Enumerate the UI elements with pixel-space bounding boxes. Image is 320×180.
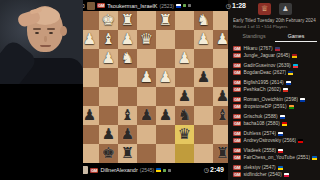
square-r1c7[interactable]: ♞ bbox=[194, 11, 213, 30]
square-r4c5[interactable]: ♟ bbox=[156, 68, 175, 87]
square-r6c7[interactable] bbox=[194, 106, 213, 125]
gm-title-badge: GM bbox=[233, 87, 241, 92]
player-name-rating[interactable]: PeshkaCh (2602) bbox=[243, 87, 280, 92]
game-pairing-7[interactable]: GMVladeek (2558)GMFairChess_on_YouTube (… bbox=[233, 147, 317, 161]
square-r3c5[interactable] bbox=[156, 49, 175, 68]
game-pairing-4[interactable]: GMRoman_Ovetchkin (2598)GMdropstoneDP (2… bbox=[233, 96, 317, 110]
player-name-rating[interactable]: Bigfish1995 (2614) bbox=[243, 80, 283, 85]
white-P-piece[interactable]: ♟ bbox=[137, 68, 156, 87]
gm-title-badge: GM bbox=[233, 172, 241, 177]
white-N-piece[interactable]: ♞ bbox=[194, 11, 213, 30]
player-name-rating[interactable]: dropstoneDP (2591) bbox=[243, 104, 286, 109]
square-r8c7[interactable] bbox=[194, 144, 213, 163]
streamer-eye bbox=[35, 32, 39, 34]
gm-title-badge: GM bbox=[233, 97, 241, 102]
streamer-eyebrow bbox=[33, 28, 41, 30]
black-P-piece[interactable]: ♟ bbox=[156, 106, 175, 125]
player-name-rating[interactable]: Jungle_Jaguar (2645) bbox=[243, 53, 290, 58]
black-P-piece[interactable]: ♟ bbox=[175, 87, 194, 106]
game-pairing-2[interactable]: GMGadirGuseinov (2639)GMBogdanDeac (2627… bbox=[233, 62, 317, 76]
white-P-piece[interactable]: ♟ bbox=[118, 30, 137, 49]
square-r5c7[interactable] bbox=[194, 87, 213, 106]
square-r7c3[interactable]: ♟ bbox=[118, 125, 137, 144]
game-player-row[interactable]: GMBigfish1995 (2614) bbox=[233, 79, 317, 86]
top-player-bar: 3|0 GM Tsoukerman_IsraelK (2523) bbox=[76, 0, 232, 11]
tournament-sidebar: ♕ ♟ Early Titled Tuesday 20th February 2… bbox=[228, 0, 320, 180]
stream-icon bbox=[188, 4, 191, 7]
white-P-piece[interactable]: ♟ bbox=[194, 30, 213, 49]
black-B-piece[interactable]: ♝ bbox=[118, 106, 137, 125]
square-r4c2[interactable] bbox=[99, 68, 118, 87]
country-flag-icon bbox=[283, 88, 288, 92]
square-r2c3[interactable]: ♟ bbox=[118, 30, 137, 49]
player-name-rating[interactable]: GadirGuseinov (2639) bbox=[243, 63, 290, 68]
top-player-flag-icon bbox=[176, 4, 181, 8]
game-player-row[interactable]: GMDuhless (2574) bbox=[233, 130, 317, 137]
white-P-piece[interactable]: ♟ bbox=[175, 49, 194, 68]
game-player-row[interactable]: GMVladeek (2558) bbox=[233, 147, 317, 154]
black-N-piece[interactable]: ♞ bbox=[175, 106, 194, 125]
gm-title-badge: GM bbox=[233, 53, 241, 58]
square-r2c5[interactable] bbox=[156, 30, 175, 49]
event-round-info: Round 1 of 11 • 514 Players bbox=[233, 24, 317, 29]
player-name-rating[interactable]: Duhless (2574) bbox=[243, 131, 276, 136]
country-flag-icon bbox=[288, 71, 293, 75]
country-flag-icon bbox=[284, 173, 289, 177]
black-clock: ◷ 2:49 bbox=[204, 166, 224, 173]
tab-standings[interactable]: Standings bbox=[233, 33, 275, 42]
gm-title-badge: GM bbox=[233, 138, 241, 143]
game-player-row[interactable]: GMHikaru (2767) bbox=[233, 45, 317, 52]
square-r8c4[interactable] bbox=[137, 144, 156, 163]
country-flag-icon bbox=[292, 54, 297, 58]
event-title: Early Titled Tuesday 20th February 2024 bbox=[233, 18, 317, 23]
square-r8c6[interactable] bbox=[175, 144, 194, 163]
white-P-piece[interactable]: ♟ bbox=[156, 68, 175, 87]
country-flag-icon bbox=[289, 105, 294, 109]
country-flag-icon bbox=[286, 81, 291, 85]
game-player-row[interactable]: GMdropstoneDP (2591) bbox=[233, 103, 317, 110]
white-R-piece[interactable]: ♜ bbox=[118, 11, 137, 30]
square-r3c7[interactable] bbox=[194, 49, 213, 68]
game-player-row[interactable]: GMAndreyOstrovskiy (2566) bbox=[233, 137, 317, 144]
gm-title-badge: GM bbox=[233, 114, 241, 119]
game-pairing-1[interactable]: GMHikaru (2767)GMJungle_Jaguar (2645) bbox=[233, 45, 317, 59]
square-r5c5[interactable] bbox=[156, 87, 175, 106]
white-P-piece[interactable]: ♟ bbox=[99, 49, 118, 68]
square-r6c6[interactable]: ♞ bbox=[175, 106, 194, 125]
bottom-player-rating: (2545) bbox=[140, 167, 154, 173]
square-r6c2[interactable] bbox=[99, 106, 118, 125]
player-name-rating[interactable]: AndreyOstrovskiy (2566) bbox=[243, 138, 296, 143]
bottom-player-name[interactable]: DillnerAlexandr bbox=[100, 167, 137, 173]
white-clock: ◷ 1:28 bbox=[226, 2, 246, 9]
square-r2c6[interactable] bbox=[175, 30, 194, 49]
square-r4c6[interactable] bbox=[175, 68, 194, 87]
game-player-row[interactable]: GMPeshkaCh (2602) bbox=[233, 86, 317, 93]
black-Q-piece[interactable]: ♛ bbox=[175, 125, 194, 144]
country-flag-icon bbox=[278, 149, 283, 153]
streamer-nose bbox=[44, 36, 47, 42]
square-r1c6[interactable] bbox=[175, 11, 194, 30]
square-r3c4[interactable] bbox=[137, 49, 156, 68]
sidebar-tabs: Standings Games bbox=[233, 33, 317, 42]
white-R-piece[interactable]: ♜ bbox=[156, 11, 175, 30]
country-flag-icon bbox=[278, 132, 283, 136]
top-player-name[interactable]: Tsoukerman_IsraelK bbox=[107, 3, 157, 9]
streamer-eyebrow bbox=[47, 28, 55, 30]
stream-screen: ♚♜♜♞♟♝♟♛♟♟♟♞♟♟♟♟♟♟♟♝♟♟♞♝♟♟♛♚♜♜ 3|0 GM Ts… bbox=[0, 0, 320, 180]
player-name-rating[interactable]: Grischuk (2588) bbox=[243, 114, 277, 119]
streamer-eye bbox=[49, 32, 53, 34]
square-r2c4[interactable]: ♛ bbox=[137, 30, 156, 49]
square-r8c5[interactable] bbox=[156, 144, 175, 163]
game-player-row[interactable]: GMJungle_Jaguar (2645) bbox=[233, 52, 317, 59]
player-name-rating[interactable]: oleksiyv (2547) bbox=[243, 165, 275, 170]
country-flag-icon bbox=[300, 98, 305, 102]
video-icon bbox=[168, 169, 171, 172]
top-player-rating: (2523) bbox=[159, 3, 173, 9]
gm-title-badge: GM bbox=[233, 80, 241, 85]
black-P-piece[interactable]: ♟ bbox=[118, 125, 137, 144]
country-flag-icon bbox=[293, 64, 298, 68]
square-r1c5[interactable]: ♜ bbox=[156, 11, 175, 30]
gm-title-badge: GM bbox=[233, 148, 241, 153]
square-r6c5[interactable]: ♟ bbox=[156, 106, 175, 125]
streamer-ear bbox=[60, 26, 67, 36]
square-r7c2[interactable]: ♟ bbox=[99, 125, 118, 144]
black-P-piece[interactable]: ♟ bbox=[137, 106, 156, 125]
left-column bbox=[0, 0, 83, 180]
square-r5c3[interactable] bbox=[118, 87, 137, 106]
square-r5c6[interactable]: ♟ bbox=[175, 87, 194, 106]
game-player-row[interactable]: GMoleksiyv (2547) bbox=[233, 164, 317, 171]
square-r2c2[interactable]: ♝ bbox=[99, 30, 118, 49]
country-flag-icon bbox=[282, 122, 287, 126]
gm-title-badge: GM bbox=[233, 63, 241, 68]
player-name-rating[interactable]: Roman_Ovetchkin (2598) bbox=[243, 97, 298, 102]
square-r5c2[interactable] bbox=[99, 87, 118, 106]
square-r4c7[interactable]: ♟ bbox=[194, 68, 213, 87]
streamer-mouth bbox=[40, 45, 51, 47]
game-player-row[interactable]: GMGrischuk (2588) bbox=[233, 113, 317, 120]
game-pairing-3[interactable]: GMBigfish1995 (2614)GMPeshkaCh (2602) bbox=[233, 79, 317, 93]
bottom-player-flag-icon bbox=[156, 168, 161, 172]
gm-title-badge: GM bbox=[233, 46, 241, 51]
square-r7c5[interactable] bbox=[156, 125, 175, 144]
square-r6c3[interactable]: ♝ bbox=[118, 106, 137, 125]
country-flag-icon bbox=[278, 166, 283, 170]
square-r4c3[interactable] bbox=[118, 68, 137, 87]
black-clock-time: 2:49 bbox=[210, 166, 224, 173]
country-flag-icon bbox=[280, 115, 285, 119]
game-pairing-5[interactable]: GMGrischuk (2588)GMbacha108 (2580) bbox=[233, 113, 317, 127]
player-name-rating[interactable]: bacha108 (2580) bbox=[243, 121, 279, 126]
top-player-avatar[interactable] bbox=[87, 2, 95, 10]
square-r8c2[interactable]: ♚ bbox=[99, 144, 118, 163]
square-r1c3[interactable]: ♜ bbox=[118, 11, 137, 30]
event-shield-logo-icon[interactable]: ♕ bbox=[258, 3, 271, 15]
black-P-piece[interactable]: ♟ bbox=[99, 125, 118, 144]
bottom-player-title-badge: GM bbox=[90, 168, 98, 173]
gm-title-badge: GM bbox=[233, 155, 241, 160]
country-flag-icon bbox=[275, 47, 280, 51]
gm-title-badge: GM bbox=[233, 131, 241, 136]
game-player-row[interactable]: GMRoman_Ovetchkin (2598) bbox=[233, 96, 317, 103]
white-B-piece[interactable]: ♝ bbox=[99, 30, 118, 49]
game-player-row[interactable]: GMFairChess_on_YouTube (2551) bbox=[233, 154, 317, 161]
player-name-rating[interactable]: BogdanDeac (2627) bbox=[243, 70, 286, 75]
square-r3c2[interactable]: ♟ bbox=[99, 49, 118, 68]
platform-logo-icon[interactable]: ♟ bbox=[279, 3, 292, 15]
gm-title-badge: GM bbox=[233, 104, 241, 109]
square-r6c4[interactable]: ♟ bbox=[137, 106, 156, 125]
player-name-rating[interactable]: FairChess_on_YouTube (2551) bbox=[243, 155, 310, 160]
game-player-row[interactable]: GMGadirGuseinov (2639) bbox=[233, 62, 317, 69]
square-r8c3[interactable]: ♜ bbox=[118, 144, 137, 163]
white-N-piece[interactable]: ♞ bbox=[118, 49, 137, 68]
black-R-piece[interactable]: ♜ bbox=[118, 144, 137, 163]
square-r4c4[interactable]: ♟ bbox=[137, 68, 156, 87]
black-P-piece[interactable]: ♟ bbox=[194, 68, 213, 87]
square-r1c2[interactable]: ♚ bbox=[99, 11, 118, 30]
square-r2c7[interactable]: ♟ bbox=[194, 30, 213, 49]
player-name-rating[interactable]: Vladeek (2558) bbox=[243, 148, 276, 153]
square-r7c4[interactable] bbox=[137, 125, 156, 144]
top-player-title-badge: GM bbox=[97, 3, 105, 8]
white-Q-piece[interactable]: ♛ bbox=[137, 30, 156, 49]
gm-title-badge: GM bbox=[233, 121, 241, 126]
game-player-row[interactable]: GMsidfindcher (2540) bbox=[233, 171, 317, 178]
game-player-row[interactable]: GMbacha108 (2580) bbox=[233, 120, 317, 127]
tab-games[interactable]: Games bbox=[275, 33, 317, 42]
country-flag-icon bbox=[298, 139, 303, 143]
chess-board: ♚♜♜♞♟♝♟♛♟♟♟♞♟♟♟♟♟♟♟♝♟♟♞♝♟♟♛♚♜♜ bbox=[80, 11, 232, 163]
black-K-piece[interactable]: ♚ bbox=[99, 144, 118, 163]
player-name-rating[interactable]: Hikaru (2767) bbox=[243, 46, 272, 51]
gm-title-badge: GM bbox=[233, 165, 241, 170]
online-status-icon bbox=[163, 169, 166, 172]
game-player-row[interactable]: GMBogdanDeac (2627) bbox=[233, 69, 317, 76]
game-pairing-8[interactable]: GMoleksiyv (2547)GMsidfindcher (2540) bbox=[233, 164, 317, 178]
square-r7c6[interactable]: ♛ bbox=[175, 125, 194, 144]
square-r3c6[interactable]: ♟ bbox=[175, 49, 194, 68]
gm-title-badge: GM bbox=[233, 70, 241, 75]
square-r5c4[interactable] bbox=[137, 87, 156, 106]
game-pairing-6[interactable]: GMDuhless (2574)GMAndreyOstrovskiy (2566… bbox=[233, 130, 317, 144]
square-r3c3[interactable]: ♞ bbox=[118, 49, 137, 68]
games-list: GMHikaru (2767)GMJungle_Jaguar (2645)GMG… bbox=[233, 45, 317, 178]
player-name-rating[interactable]: sidfindcher (2540) bbox=[243, 172, 281, 177]
webcam bbox=[0, 0, 83, 84]
white-clock-time: 1:28 bbox=[232, 2, 246, 9]
clock-icon: ◷ bbox=[204, 166, 209, 173]
white-K-piece[interactable]: ♚ bbox=[99, 11, 118, 30]
square-r7c7[interactable] bbox=[194, 125, 213, 144]
country-flag-icon bbox=[312, 156, 317, 160]
clock-icon: ◷ bbox=[226, 2, 231, 9]
square-r1c4[interactable] bbox=[137, 11, 156, 30]
online-status-icon bbox=[183, 4, 186, 7]
